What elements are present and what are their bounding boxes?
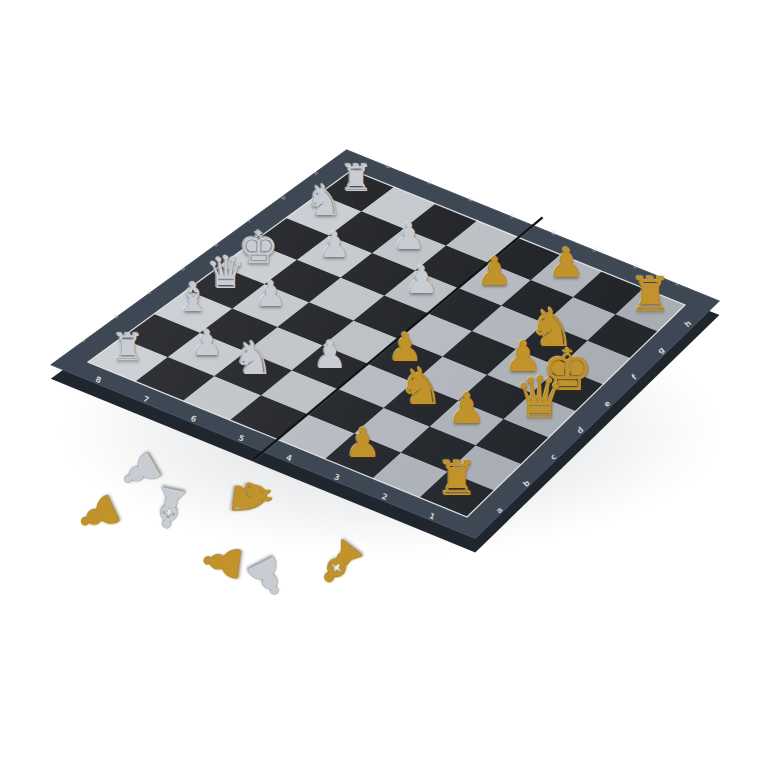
chess-board: 12345678abcdefghabcdefgh12345678 xyxy=(0,0,760,760)
chess-product-photo: 12345678abcdefghabcdefgh12345678 ♜♝♛♚♞♜♟… xyxy=(0,0,760,760)
